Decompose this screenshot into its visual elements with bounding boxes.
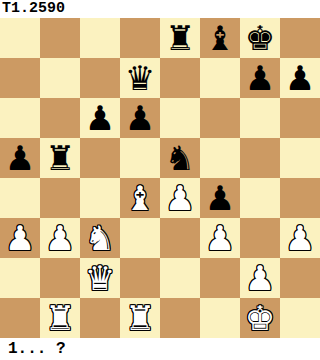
square-g6[interactable] (240, 98, 280, 138)
move-prompt-text: 1... ? (8, 340, 66, 358)
piece-white-knight: ♞ (85, 218, 115, 258)
square-a5[interactable]: ♟ (0, 138, 40, 178)
square-b6[interactable] (40, 98, 80, 138)
square-f6[interactable] (200, 98, 240, 138)
piece-black-king: ♚ (245, 18, 275, 58)
piece-white-pawn: ♟ (165, 178, 195, 218)
square-c7[interactable] (80, 58, 120, 98)
piece-white-king: ♚ (245, 298, 275, 338)
square-h1[interactable] (280, 298, 320, 338)
square-c6[interactable]: ♟ (80, 98, 120, 138)
puzzle-id: T1.2590 (2, 0, 65, 17)
square-g7[interactable]: ♟ (240, 58, 280, 98)
piece-white-pawn: ♟ (5, 218, 35, 258)
piece-black-pawn: ♟ (125, 98, 155, 138)
square-e1[interactable] (160, 298, 200, 338)
square-a8[interactable] (0, 18, 40, 58)
piece-black-pawn: ♟ (85, 98, 115, 138)
square-h6[interactable] (280, 98, 320, 138)
piece-black-rook: ♜ (45, 138, 75, 178)
square-e2[interactable] (160, 258, 200, 298)
square-e8[interactable]: ♜ (160, 18, 200, 58)
piece-white-bishop: ♝ (125, 178, 155, 218)
puzzle-title-bar: T1.2590 (0, 0, 320, 18)
square-h4[interactable] (280, 178, 320, 218)
square-e7[interactable] (160, 58, 200, 98)
square-b8[interactable] (40, 18, 80, 58)
piece-black-rook: ♜ (165, 18, 195, 58)
square-b3[interactable]: ♟ (40, 218, 80, 258)
piece-black-knight: ♞ (165, 138, 195, 178)
square-b4[interactable] (40, 178, 80, 218)
chess-puzzle-app: T1.2590 ♜♝♚♛♟♟♟♟♟♜♞♝♟♟♟♟♞♟♟♛♟♜♜♚ 1... ? (0, 0, 320, 360)
square-a7[interactable] (0, 58, 40, 98)
square-b7[interactable] (40, 58, 80, 98)
square-d1[interactable]: ♜ (120, 298, 160, 338)
square-f8[interactable]: ♝ (200, 18, 240, 58)
piece-white-rook: ♜ (125, 298, 155, 338)
square-h3[interactable]: ♟ (280, 218, 320, 258)
square-h2[interactable] (280, 258, 320, 298)
piece-white-pawn: ♟ (285, 218, 315, 258)
piece-white-pawn: ♟ (45, 218, 75, 258)
square-g8[interactable]: ♚ (240, 18, 280, 58)
square-a3[interactable]: ♟ (0, 218, 40, 258)
square-a1[interactable] (0, 298, 40, 338)
square-f1[interactable] (200, 298, 240, 338)
square-g2[interactable]: ♟ (240, 258, 280, 298)
square-f4[interactable]: ♟ (200, 178, 240, 218)
square-f7[interactable] (200, 58, 240, 98)
piece-white-rook: ♜ (45, 298, 75, 338)
square-a2[interactable] (0, 258, 40, 298)
square-b5[interactable]: ♜ (40, 138, 80, 178)
square-d4[interactable]: ♝ (120, 178, 160, 218)
piece-black-pawn: ♟ (5, 138, 35, 178)
square-g5[interactable] (240, 138, 280, 178)
piece-white-pawn: ♟ (245, 258, 275, 298)
square-c8[interactable] (80, 18, 120, 58)
square-b1[interactable]: ♜ (40, 298, 80, 338)
square-a6[interactable] (0, 98, 40, 138)
square-d5[interactable] (120, 138, 160, 178)
square-f3[interactable]: ♟ (200, 218, 240, 258)
square-g4[interactable] (240, 178, 280, 218)
square-f2[interactable] (200, 258, 240, 298)
square-c1[interactable] (80, 298, 120, 338)
square-a4[interactable] (0, 178, 40, 218)
piece-black-pawn: ♟ (285, 58, 315, 98)
square-h5[interactable] (280, 138, 320, 178)
square-e3[interactable] (160, 218, 200, 258)
chess-board: ♜♝♚♛♟♟♟♟♟♜♞♝♟♟♟♟♞♟♟♛♟♜♜♚ (0, 18, 320, 338)
square-b2[interactable] (40, 258, 80, 298)
square-d2[interactable] (120, 258, 160, 298)
piece-black-pawn: ♟ (205, 178, 235, 218)
piece-black-queen: ♛ (125, 58, 155, 98)
square-e6[interactable] (160, 98, 200, 138)
square-c3[interactable]: ♞ (80, 218, 120, 258)
square-c2[interactable]: ♛ (80, 258, 120, 298)
square-g1[interactable]: ♚ (240, 298, 280, 338)
square-h8[interactable] (280, 18, 320, 58)
piece-white-queen: ♛ (85, 258, 115, 298)
piece-white-pawn: ♟ (205, 218, 235, 258)
square-d3[interactable] (120, 218, 160, 258)
square-c4[interactable] (80, 178, 120, 218)
square-h7[interactable]: ♟ (280, 58, 320, 98)
move-prompt: 1... ? (0, 338, 320, 360)
piece-black-bishop: ♝ (205, 18, 235, 58)
square-c5[interactable] (80, 138, 120, 178)
square-f5[interactable] (200, 138, 240, 178)
square-e5[interactable]: ♞ (160, 138, 200, 178)
square-d7[interactable]: ♛ (120, 58, 160, 98)
square-d8[interactable] (120, 18, 160, 58)
piece-black-pawn: ♟ (245, 58, 275, 98)
square-g3[interactable] (240, 218, 280, 258)
square-e4[interactable]: ♟ (160, 178, 200, 218)
square-d6[interactable]: ♟ (120, 98, 160, 138)
